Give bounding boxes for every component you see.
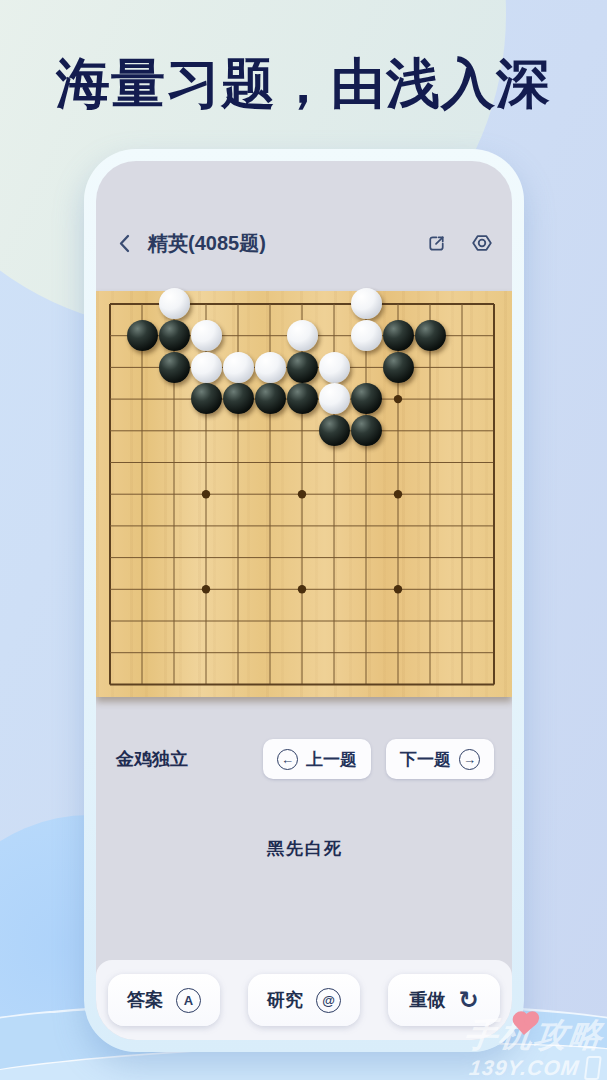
black-stone: [351, 383, 382, 414]
black-stone: [127, 320, 158, 351]
white-stone: [255, 352, 286, 383]
black-stone: [159, 352, 190, 383]
black-stone: [255, 383, 286, 414]
research-label: 研究: [267, 988, 303, 1012]
white-stone: [319, 383, 350, 414]
black-stone: [383, 352, 414, 383]
white-stone: [319, 352, 350, 383]
phone-outline-icon: [584, 1056, 602, 1080]
black-stone: [159, 320, 190, 351]
redo-label: 重做: [409, 988, 445, 1012]
white-stone: [191, 352, 222, 383]
problem-section: 金鸡独立 ← 上一题 下一题 → 黑先白死: [96, 697, 512, 960]
go-board[interactable]: [96, 291, 512, 697]
collection-title: 精英(4085题): [148, 230, 266, 257]
watermark: 手机攻略 139Y.COM: [459, 1013, 607, 1080]
white-stone: [287, 320, 318, 351]
arrow-right-circle-icon: →: [459, 749, 480, 770]
previous-problem-button[interactable]: ← 上一题: [263, 739, 371, 779]
watermark-site: 139Y.COM: [468, 1056, 581, 1080]
white-stone: [159, 288, 190, 319]
white-stone: [223, 352, 254, 383]
circled-a-icon: A: [176, 988, 201, 1013]
settings-icon[interactable]: [470, 231, 494, 255]
phone-mockup: 精英(4085题): [84, 149, 524, 1052]
research-button[interactable]: 研究 @: [248, 974, 360, 1026]
hero-title: 海量习题，由浅入深: [0, 48, 607, 121]
share-icon[interactable]: [425, 232, 448, 255]
white-stone: [351, 288, 382, 319]
app-header: 精英(4085题): [96, 161, 512, 291]
black-stone: [351, 415, 382, 446]
app-screen: 精英(4085题): [96, 161, 512, 1040]
black-stone: [319, 415, 350, 446]
arrow-left-circle-icon: ←: [277, 749, 298, 770]
black-stone: [191, 383, 222, 414]
white-stone: [351, 320, 382, 351]
black-stone: [287, 352, 318, 383]
header-icons: [425, 231, 494, 255]
circled-at-icon: @: [316, 988, 341, 1013]
next-problem-label: 下一题: [400, 748, 451, 771]
black-stone: [383, 320, 414, 351]
stones-layer: [96, 288, 510, 700]
bottom-action-bar: 答案 A 研究 @ 重做 ↻: [96, 960, 512, 1040]
black-stone: [287, 383, 318, 414]
answer-label: 答案: [127, 988, 163, 1012]
previous-problem-label: 上一题: [306, 748, 357, 771]
black-stone: [223, 383, 254, 414]
problem-statement: 黑先白死: [116, 837, 494, 860]
black-stone: [415, 320, 446, 351]
answer-button[interactable]: 答案 A: [108, 974, 220, 1026]
redo-circular-arrow-icon: ↻: [458, 988, 478, 1012]
back-icon[interactable]: [112, 230, 138, 256]
white-stone: [191, 320, 222, 351]
watermark-title: 手机攻略: [462, 1013, 607, 1058]
problem-row: 金鸡独立 ← 上一题 下一题 →: [116, 739, 494, 779]
next-problem-button[interactable]: 下一题 →: [386, 739, 494, 779]
problem-title: 金鸡独立: [116, 747, 188, 771]
